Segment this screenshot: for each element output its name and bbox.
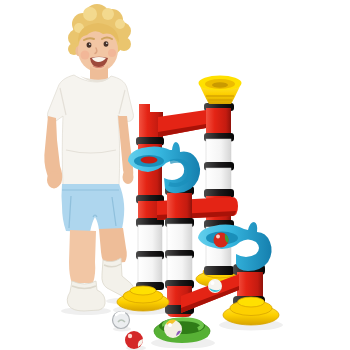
column-through-spiral [141, 157, 158, 164]
toddler-left-leg [69, 230, 96, 283]
floor-marble-clear [113, 312, 130, 329]
marble-on-rail [208, 279, 222, 293]
main-column [204, 103, 234, 275]
toddler-right-leg [99, 228, 127, 264]
toddler-right-hand [123, 170, 134, 184]
toddler-left-hand [47, 172, 61, 189]
marble-in-spiral [214, 233, 229, 248]
scene-illustration [0, 0, 350, 350]
floor-marble-red [125, 331, 143, 349]
product-photo [0, 0, 350, 350]
